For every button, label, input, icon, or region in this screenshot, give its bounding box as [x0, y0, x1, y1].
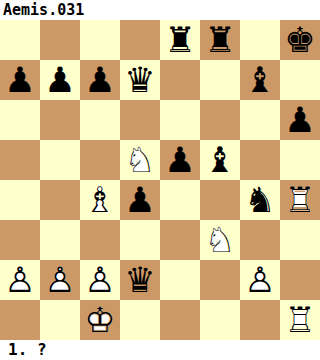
- square-f1[interactable]: [200, 300, 240, 340]
- square-e3[interactable]: [160, 220, 200, 260]
- square-c2[interactable]: ♟♙: [80, 260, 120, 300]
- white-king-fill: ♚: [80, 300, 120, 340]
- white-pawn-fill: ♟: [40, 260, 80, 300]
- square-d2[interactable]: ♛: [120, 260, 160, 300]
- square-c6[interactable]: [80, 100, 120, 140]
- square-h1[interactable]: ♜♖: [280, 300, 320, 340]
- black-queen-icon: ♛: [120, 60, 160, 100]
- black-knight-icon: ♞: [240, 180, 280, 220]
- square-a5[interactable]: [0, 140, 40, 180]
- square-e5[interactable]: ♟: [160, 140, 200, 180]
- black-rook-icon: ♜: [160, 20, 200, 60]
- chess-board: ♜♜♚♟♟♟♛♝♟♞♘♟♝♝♗♟♞♜♖♞♘♟♙♟♙♟♙♛♟♙♚♔♜♖: [0, 20, 320, 340]
- black-queen-icon: ♛: [120, 260, 160, 300]
- square-d7[interactable]: ♛: [120, 60, 160, 100]
- square-d1[interactable]: [120, 300, 160, 340]
- square-c8[interactable]: [80, 20, 120, 60]
- black-pawn-icon: ♟: [120, 180, 160, 220]
- square-c3[interactable]: [80, 220, 120, 260]
- square-d6[interactable]: [120, 100, 160, 140]
- square-c5[interactable]: [80, 140, 120, 180]
- square-b1[interactable]: [40, 300, 80, 340]
- square-g8[interactable]: [240, 20, 280, 60]
- black-bishop-icon: ♝: [240, 60, 280, 100]
- square-b7[interactable]: ♟: [40, 60, 80, 100]
- white-king-icon: ♔: [80, 300, 120, 340]
- square-h5[interactable]: [280, 140, 320, 180]
- square-b8[interactable]: [40, 20, 80, 60]
- square-h7[interactable]: [280, 60, 320, 100]
- square-c1[interactable]: ♚♔: [80, 300, 120, 340]
- black-rook-icon: ♜: [200, 20, 240, 60]
- square-f5[interactable]: ♝: [200, 140, 240, 180]
- square-g3[interactable]: [240, 220, 280, 260]
- white-rook-icon: ♖: [280, 180, 320, 220]
- white-pawn-fill: ♟: [80, 260, 120, 300]
- square-e4[interactable]: [160, 180, 200, 220]
- white-bishop-fill: ♝: [80, 180, 120, 220]
- square-e6[interactable]: [160, 100, 200, 140]
- black-pawn-icon: ♟: [80, 60, 120, 100]
- square-g4[interactable]: ♞: [240, 180, 280, 220]
- square-a1[interactable]: [0, 300, 40, 340]
- square-a7[interactable]: ♟: [0, 60, 40, 100]
- square-c7[interactable]: ♟: [80, 60, 120, 100]
- square-e8[interactable]: ♜: [160, 20, 200, 60]
- puzzle-title: Aemis.031: [3, 0, 84, 20]
- square-h2[interactable]: [280, 260, 320, 300]
- white-knight-fill: ♞: [120, 140, 160, 180]
- black-bishop-icon: ♝: [200, 140, 240, 180]
- white-pawn-icon: ♙: [240, 260, 280, 300]
- square-g2[interactable]: ♟♙: [240, 260, 280, 300]
- white-knight-icon: ♘: [120, 140, 160, 180]
- square-a4[interactable]: [0, 180, 40, 220]
- square-a8[interactable]: [0, 20, 40, 60]
- white-rook-icon: ♖: [280, 300, 320, 340]
- square-b2[interactable]: ♟♙: [40, 260, 80, 300]
- black-pawn-icon: ♟: [280, 100, 320, 140]
- white-rook-fill: ♜: [280, 180, 320, 220]
- white-pawn-fill: ♟: [0, 260, 40, 300]
- square-d3[interactable]: [120, 220, 160, 260]
- square-e2[interactable]: [160, 260, 200, 300]
- square-g7[interactable]: ♝: [240, 60, 280, 100]
- square-b5[interactable]: [40, 140, 80, 180]
- square-d4[interactable]: ♟: [120, 180, 160, 220]
- white-pawn-fill: ♟: [240, 260, 280, 300]
- square-d8[interactable]: [120, 20, 160, 60]
- white-knight-fill: ♞: [200, 220, 240, 260]
- square-f6[interactable]: [200, 100, 240, 140]
- square-h3[interactable]: [280, 220, 320, 260]
- black-pawn-icon: ♟: [40, 60, 80, 100]
- black-king-icon: ♚: [280, 20, 320, 60]
- square-f7[interactable]: [200, 60, 240, 100]
- square-g1[interactable]: [240, 300, 280, 340]
- black-pawn-icon: ♟: [160, 140, 200, 180]
- white-pawn-icon: ♙: [80, 260, 120, 300]
- square-f2[interactable]: [200, 260, 240, 300]
- square-b4[interactable]: [40, 180, 80, 220]
- square-c4[interactable]: ♝♗: [80, 180, 120, 220]
- square-e1[interactable]: [160, 300, 200, 340]
- black-pawn-icon: ♟: [0, 60, 40, 100]
- white-rook-fill: ♜: [280, 300, 320, 340]
- square-h6[interactable]: ♟: [280, 100, 320, 140]
- square-b6[interactable]: [40, 100, 80, 140]
- square-d5[interactable]: ♞♘: [120, 140, 160, 180]
- square-g6[interactable]: [240, 100, 280, 140]
- square-a2[interactable]: ♟♙: [0, 260, 40, 300]
- square-a3[interactable]: [0, 220, 40, 260]
- square-g5[interactable]: [240, 140, 280, 180]
- title-bar: Aemis.031: [0, 0, 320, 20]
- square-a6[interactable]: [0, 100, 40, 140]
- white-knight-icon: ♘: [200, 220, 240, 260]
- white-pawn-icon: ♙: [0, 260, 40, 300]
- square-f4[interactable]: [200, 180, 240, 220]
- square-b3[interactable]: [40, 220, 80, 260]
- move-bar: 1. ?: [0, 340, 320, 360]
- square-h4[interactable]: ♜♖: [280, 180, 320, 220]
- square-h8[interactable]: ♚: [280, 20, 320, 60]
- move-prompt: 1. ?: [8, 340, 47, 360]
- square-e7[interactable]: [160, 60, 200, 100]
- square-f8[interactable]: ♜: [200, 20, 240, 60]
- square-f3[interactable]: ♞♘: [200, 220, 240, 260]
- white-pawn-icon: ♙: [40, 260, 80, 300]
- white-bishop-icon: ♗: [80, 180, 120, 220]
